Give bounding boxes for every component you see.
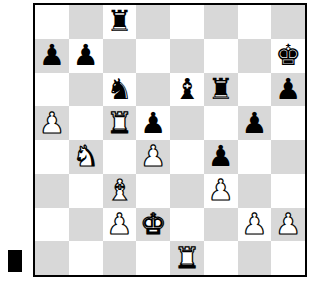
square-e8[interactable] bbox=[170, 5, 204, 39]
square-c4[interactable] bbox=[103, 140, 137, 174]
square-c2[interactable]: ♟ bbox=[103, 208, 137, 242]
square-h8[interactable] bbox=[271, 5, 305, 39]
square-g5[interactable]: ♟ bbox=[238, 106, 272, 140]
square-f6[interactable]: ♜ bbox=[204, 73, 238, 107]
square-d4[interactable]: ♟ bbox=[136, 140, 170, 174]
square-c7[interactable] bbox=[103, 39, 137, 73]
square-e1[interactable]: ♜ bbox=[170, 241, 204, 275]
square-e6[interactable]: ♝ bbox=[170, 73, 204, 107]
square-b2[interactable] bbox=[69, 208, 103, 242]
square-g2[interactable]: ♟ bbox=[238, 208, 272, 242]
white-pawn-d4: ♟ bbox=[140, 142, 166, 171]
white-pawn-f3: ♟ bbox=[208, 176, 234, 205]
square-e3[interactable] bbox=[170, 174, 204, 208]
white-bishop-c3: ♝ bbox=[106, 176, 132, 205]
white-knight-b4: ♞ bbox=[73, 142, 99, 171]
square-e2[interactable] bbox=[170, 208, 204, 242]
square-b1[interactable] bbox=[69, 241, 103, 275]
square-g8[interactable] bbox=[238, 5, 272, 39]
square-a1[interactable] bbox=[35, 241, 69, 275]
black-knight-c6: ♞ bbox=[106, 75, 132, 104]
white-pawn-h2: ♟ bbox=[275, 210, 301, 239]
black-king-h7: ♚ bbox=[275, 41, 301, 70]
white-pawn-a5: ♟ bbox=[39, 109, 65, 138]
square-g6[interactable] bbox=[238, 73, 272, 107]
square-c6[interactable]: ♞ bbox=[103, 73, 137, 107]
square-c3[interactable]: ♝ bbox=[103, 174, 137, 208]
square-h2[interactable]: ♟ bbox=[271, 208, 305, 242]
square-a3[interactable] bbox=[35, 174, 69, 208]
square-h5[interactable] bbox=[271, 106, 305, 140]
white-rook-e1: ♜ bbox=[174, 244, 200, 273]
chess-diagram: ♜♟♟♚♞♝♜♟♟♜♟♟♞♟♟♝♟♟♚♟♟♜ bbox=[0, 0, 309, 285]
square-d1[interactable] bbox=[136, 241, 170, 275]
square-g3[interactable] bbox=[238, 174, 272, 208]
black-bishop-e6: ♝ bbox=[174, 75, 200, 104]
square-d2[interactable]: ♚ bbox=[136, 208, 170, 242]
square-f4[interactable]: ♟ bbox=[204, 140, 238, 174]
square-b3[interactable] bbox=[69, 174, 103, 208]
black-pawn-f4: ♟ bbox=[208, 142, 234, 171]
white-rook-c5: ♜ bbox=[106, 109, 132, 138]
square-d3[interactable] bbox=[136, 174, 170, 208]
side-to-move-indicator bbox=[8, 250, 22, 272]
square-h6[interactable]: ♟ bbox=[271, 73, 305, 107]
black-rook-f6: ♜ bbox=[208, 75, 234, 104]
square-c8[interactable]: ♜ bbox=[103, 5, 137, 39]
square-h4[interactable] bbox=[271, 140, 305, 174]
square-a2[interactable] bbox=[35, 208, 69, 242]
square-g7[interactable] bbox=[238, 39, 272, 73]
square-b7[interactable]: ♟ bbox=[69, 39, 103, 73]
square-f7[interactable] bbox=[204, 39, 238, 73]
square-h1[interactable] bbox=[271, 241, 305, 275]
black-pawn-b7: ♟ bbox=[73, 41, 99, 70]
square-b5[interactable] bbox=[69, 106, 103, 140]
square-f5[interactable] bbox=[204, 106, 238, 140]
black-pawn-a7: ♟ bbox=[39, 41, 65, 70]
chess-board: ♜♟♟♚♞♝♜♟♟♜♟♟♞♟♟♝♟♟♚♟♟♜ bbox=[33, 3, 307, 277]
square-h7[interactable]: ♚ bbox=[271, 39, 305, 73]
white-pawn-c2: ♟ bbox=[106, 210, 132, 239]
square-e5[interactable] bbox=[170, 106, 204, 140]
square-d6[interactable] bbox=[136, 73, 170, 107]
black-pawn-h6: ♟ bbox=[275, 75, 301, 104]
square-d7[interactable] bbox=[136, 39, 170, 73]
square-g4[interactable] bbox=[238, 140, 272, 174]
white-pawn-g2: ♟ bbox=[241, 210, 267, 239]
square-f8[interactable] bbox=[204, 5, 238, 39]
black-pawn-g5: ♟ bbox=[241, 109, 267, 138]
square-b6[interactable] bbox=[69, 73, 103, 107]
square-f1[interactable] bbox=[204, 241, 238, 275]
black-rook-c8: ♜ bbox=[106, 7, 132, 36]
square-e4[interactable] bbox=[170, 140, 204, 174]
square-c5[interactable]: ♜ bbox=[103, 106, 137, 140]
square-f2[interactable] bbox=[204, 208, 238, 242]
square-a7[interactable]: ♟ bbox=[35, 39, 69, 73]
black-pawn-d5: ♟ bbox=[140, 109, 166, 138]
square-c1[interactable] bbox=[103, 241, 137, 275]
square-f3[interactable]: ♟ bbox=[204, 174, 238, 208]
square-g1[interactable] bbox=[238, 241, 272, 275]
square-a4[interactable] bbox=[35, 140, 69, 174]
white-king-d2: ♚ bbox=[140, 210, 166, 239]
square-d8[interactable] bbox=[136, 5, 170, 39]
square-a5[interactable]: ♟ bbox=[35, 106, 69, 140]
square-a8[interactable] bbox=[35, 5, 69, 39]
square-e7[interactable] bbox=[170, 39, 204, 73]
square-h3[interactable] bbox=[271, 174, 305, 208]
square-a6[interactable] bbox=[35, 73, 69, 107]
square-d5[interactable]: ♟ bbox=[136, 106, 170, 140]
square-b8[interactable] bbox=[69, 5, 103, 39]
square-b4[interactable]: ♞ bbox=[69, 140, 103, 174]
